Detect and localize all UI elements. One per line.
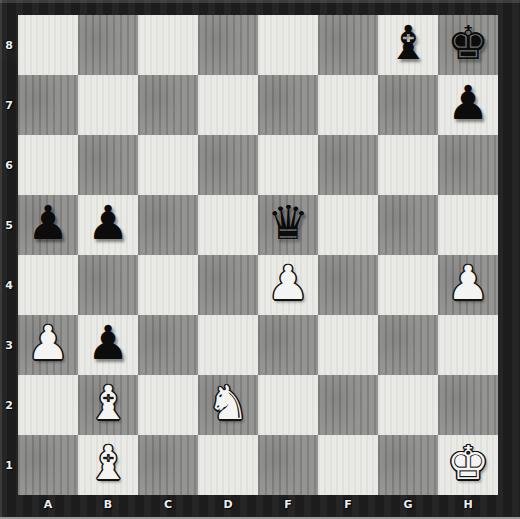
square-b2[interactable]: ♝ — [78, 375, 138, 435]
square-g6[interactable] — [378, 135, 438, 195]
square-g7[interactable] — [378, 75, 438, 135]
white-knight-d2[interactable]: ♞ — [207, 373, 249, 433]
square-f2[interactable] — [318, 375, 378, 435]
square-d7[interactable] — [198, 75, 258, 135]
square-c7[interactable] — [138, 75, 198, 135]
file-label-g: G — [378, 495, 438, 516]
white-pawn-e4[interactable]: ♟ — [267, 253, 309, 313]
square-g4[interactable] — [378, 255, 438, 315]
black-pawn-h7[interactable]: ♟ — [447, 73, 489, 133]
square-a7[interactable] — [18, 75, 78, 135]
square-e4[interactable]: ♟ — [258, 255, 318, 315]
square-a1[interactable] — [18, 435, 78, 495]
rank-label-1: 1 — [0, 435, 18, 495]
square-c3[interactable] — [138, 315, 198, 375]
square-d2[interactable]: ♞ — [198, 375, 258, 435]
rank-label-5: 5 — [0, 195, 18, 255]
square-d6[interactable] — [198, 135, 258, 195]
chess-board: ♝♚♟♟♟♛♟♟♟♟♝♞♝♚ — [18, 15, 498, 495]
black-pawn-b3[interactable]: ♟ — [87, 313, 129, 373]
square-h4[interactable]: ♟ — [438, 255, 498, 315]
square-e3[interactable] — [258, 315, 318, 375]
rank-label-3: 3 — [0, 315, 18, 375]
square-e1[interactable] — [258, 435, 318, 495]
white-pawn-h4[interactable]: ♟ — [447, 253, 489, 313]
square-a2[interactable] — [18, 375, 78, 435]
black-king-h8[interactable]: ♚ — [447, 13, 489, 73]
square-f4[interactable] — [318, 255, 378, 315]
square-f8[interactable] — [318, 15, 378, 75]
square-b5[interactable]: ♟ — [78, 195, 138, 255]
square-f6[interactable] — [318, 135, 378, 195]
square-d5[interactable] — [198, 195, 258, 255]
square-b4[interactable] — [78, 255, 138, 315]
rank-label-4: 4 — [0, 255, 18, 315]
board-frame: 87654321 ♝♚♟♟♟♛♟♟♟♟♝♞♝♚ ABCDFFGH — [0, 0, 520, 519]
square-h6[interactable] — [438, 135, 498, 195]
file-label-a: A — [18, 495, 78, 516]
square-c2[interactable] — [138, 375, 198, 435]
square-a8[interactable] — [18, 15, 78, 75]
file-label-e: F — [258, 495, 318, 516]
square-a6[interactable] — [18, 135, 78, 195]
square-h7[interactable]: ♟ — [438, 75, 498, 135]
square-f7[interactable] — [318, 75, 378, 135]
file-label-h: H — [438, 495, 498, 516]
square-d1[interactable] — [198, 435, 258, 495]
black-queen-e5[interactable]: ♛ — [267, 193, 309, 253]
square-g3[interactable] — [378, 315, 438, 375]
square-d8[interactable] — [198, 15, 258, 75]
file-label-c: C — [138, 495, 198, 516]
square-c6[interactable] — [138, 135, 198, 195]
square-h3[interactable] — [438, 315, 498, 375]
black-bishop-g8[interactable]: ♝ — [387, 13, 429, 73]
square-c4[interactable] — [138, 255, 198, 315]
square-a4[interactable] — [18, 255, 78, 315]
white-bishop-b2[interactable]: ♝ — [87, 373, 129, 433]
square-e8[interactable] — [258, 15, 318, 75]
square-c1[interactable] — [138, 435, 198, 495]
square-g5[interactable] — [378, 195, 438, 255]
square-f1[interactable] — [318, 435, 378, 495]
square-a5[interactable]: ♟ — [18, 195, 78, 255]
rank-label-6: 6 — [0, 135, 18, 195]
black-pawn-a5[interactable]: ♟ — [27, 193, 69, 253]
file-label-f: F — [318, 495, 378, 516]
square-g1[interactable] — [378, 435, 438, 495]
square-e5[interactable]: ♛ — [258, 195, 318, 255]
frame-top-bevel — [0, 0, 520, 3]
square-h1[interactable]: ♚ — [438, 435, 498, 495]
black-pawn-b5[interactable]: ♟ — [87, 193, 129, 253]
file-label-b: B — [78, 495, 138, 516]
square-e6[interactable] — [258, 135, 318, 195]
white-bishop-b1[interactable]: ♝ — [87, 433, 129, 493]
square-b8[interactable] — [78, 15, 138, 75]
rank-label-2: 2 — [0, 375, 18, 435]
rank-labels: 87654321 — [0, 15, 18, 495]
square-b1[interactable]: ♝ — [78, 435, 138, 495]
square-b3[interactable]: ♟ — [78, 315, 138, 375]
square-e2[interactable] — [258, 375, 318, 435]
square-c8[interactable] — [138, 15, 198, 75]
rank-label-8: 8 — [0, 15, 18, 75]
file-label-d: D — [198, 495, 258, 516]
square-d4[interactable] — [198, 255, 258, 315]
square-f5[interactable] — [318, 195, 378, 255]
square-a3[interactable]: ♟ — [18, 315, 78, 375]
square-b7[interactable] — [78, 75, 138, 135]
square-g2[interactable] — [378, 375, 438, 435]
white-king-h1[interactable]: ♚ — [447, 433, 489, 493]
rank-label-7: 7 — [0, 75, 18, 135]
square-h2[interactable] — [438, 375, 498, 435]
square-e7[interactable] — [258, 75, 318, 135]
square-b6[interactable] — [78, 135, 138, 195]
square-h8[interactable]: ♚ — [438, 15, 498, 75]
square-c5[interactable] — [138, 195, 198, 255]
square-d3[interactable] — [198, 315, 258, 375]
square-f3[interactable] — [318, 315, 378, 375]
square-g8[interactable]: ♝ — [378, 15, 438, 75]
white-pawn-a3[interactable]: ♟ — [27, 313, 69, 373]
square-h5[interactable] — [438, 195, 498, 255]
file-labels: ABCDFFGH — [18, 495, 498, 519]
